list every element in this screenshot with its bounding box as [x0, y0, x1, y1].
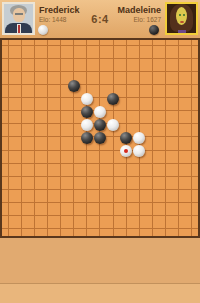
board-cell[interactable] [54, 66, 67, 79]
board-cell[interactable] [146, 105, 159, 118]
board-cell[interactable] [172, 92, 185, 105]
board-cell[interactable] [172, 223, 185, 236]
board-cell[interactable] [107, 197, 120, 210]
board-cell[interactable] [172, 66, 185, 79]
game-board [0, 38, 200, 238]
board-cell[interactable] [133, 131, 146, 144]
board-cell[interactable] [146, 197, 159, 210]
board-cell[interactable] [41, 66, 54, 79]
board-cell[interactable] [2, 66, 15, 79]
last-move-marker [124, 149, 128, 153]
board-cell[interactable] [41, 197, 54, 210]
board-cell[interactable] [146, 79, 159, 92]
board-cell[interactable] [185, 223, 198, 236]
board-cell[interactable] [15, 158, 28, 171]
board-cell[interactable] [41, 184, 54, 197]
board-cell[interactable] [67, 118, 80, 131]
board-cell[interactable] [133, 40, 146, 53]
board-cell[interactable] [107, 158, 120, 171]
board-cell[interactable] [93, 145, 106, 158]
board-cell[interactable] [15, 66, 28, 79]
board-cell[interactable] [67, 171, 80, 184]
board-cell[interactable] [15, 92, 28, 105]
board-cell[interactable] [120, 53, 133, 66]
board-cell[interactable] [107, 171, 120, 184]
black-stone [94, 132, 106, 144]
board-cell[interactable] [146, 131, 159, 144]
board-cell[interactable] [93, 92, 106, 105]
board-grid [2, 40, 198, 236]
board-cell[interactable] [54, 131, 67, 144]
board-cell[interactable] [67, 105, 80, 118]
avatar-shirt [178, 30, 186, 34]
white-stone [94, 106, 106, 118]
board-cell[interactable] [146, 53, 159, 66]
player2-stone-color-icon [149, 25, 159, 35]
board-cell[interactable] [159, 105, 172, 118]
board-cell[interactable] [159, 53, 172, 66]
player1-avatar [2, 2, 35, 35]
black-stone [81, 132, 93, 144]
board-cell[interactable] [15, 184, 28, 197]
board-cell[interactable] [80, 210, 93, 223]
board-cell[interactable] [67, 145, 80, 158]
board-cell[interactable] [93, 66, 106, 79]
board-cell[interactable] [15, 40, 28, 53]
board-cell[interactable] [80, 158, 93, 171]
board-cell[interactable] [133, 184, 146, 197]
board-cell[interactable] [80, 79, 93, 92]
board-cell[interactable] [133, 118, 146, 131]
board-cell[interactable] [107, 105, 120, 118]
board-cell[interactable] [67, 197, 80, 210]
board-cell[interactable] [15, 131, 28, 144]
board-cell[interactable] [28, 131, 41, 144]
board-cell[interactable] [120, 92, 133, 105]
board-cell[interactable] [41, 105, 54, 118]
board-cell[interactable] [15, 171, 28, 184]
white-stone [133, 145, 145, 157]
board-cell[interactable] [185, 158, 198, 171]
board-cell[interactable] [54, 53, 67, 66]
board-cell[interactable] [2, 171, 15, 184]
avatar-glasses [15, 13, 23, 15]
board-cell[interactable] [133, 105, 146, 118]
board-cell[interactable] [2, 145, 15, 158]
board-cell[interactable] [133, 197, 146, 210]
avatar-eye [183, 14, 185, 16]
board-cell[interactable] [93, 131, 106, 144]
board-cell[interactable] [67, 158, 80, 171]
board-cell[interactable] [80, 53, 93, 66]
board-cell[interactable] [120, 171, 133, 184]
board-cell[interactable] [185, 66, 198, 79]
board-cell[interactable] [2, 53, 15, 66]
player2-elo: Elo: 1627 [89, 16, 161, 24]
board-cell[interactable] [133, 223, 146, 236]
gomoku-app-window: Frederick Elo: 1448 6:4 Madeleine Elo: 1… [0, 0, 200, 303]
board-cell[interactable] [41, 223, 54, 236]
board-cell[interactable] [80, 66, 93, 79]
board-cell[interactable] [2, 40, 15, 53]
board-cell[interactable] [28, 53, 41, 66]
board-cell[interactable] [93, 210, 106, 223]
board-cell[interactable] [80, 184, 93, 197]
avatar-mouth [180, 21, 184, 23]
board-cell[interactable] [185, 171, 198, 184]
board-cell[interactable] [54, 118, 67, 131]
board-cell[interactable] [146, 40, 159, 53]
board-cell[interactable] [93, 53, 106, 66]
board-cell[interactable] [15, 105, 28, 118]
board-cell[interactable] [41, 40, 54, 53]
board-cell[interactable] [67, 79, 80, 92]
board-cell[interactable] [146, 158, 159, 171]
board-cell[interactable] [80, 131, 93, 144]
board-cell[interactable] [159, 40, 172, 53]
board-cell[interactable] [159, 158, 172, 171]
board-cell[interactable] [54, 210, 67, 223]
black-stone [68, 80, 80, 92]
board-cell[interactable] [15, 197, 28, 210]
board-cell[interactable] [159, 184, 172, 197]
board-cell[interactable] [107, 184, 120, 197]
board-cell[interactable] [28, 79, 41, 92]
board-cell[interactable] [172, 131, 185, 144]
board-cell[interactable] [41, 131, 54, 144]
black-stone [81, 106, 93, 118]
board-cell[interactable] [185, 40, 198, 53]
board-cell[interactable] [185, 92, 198, 105]
board-cell[interactable] [120, 66, 133, 79]
board-cell[interactable] [93, 105, 106, 118]
board-cell[interactable] [185, 145, 198, 158]
board-cell[interactable] [120, 184, 133, 197]
board-cell[interactable] [159, 210, 172, 223]
board-cell[interactable] [159, 223, 172, 236]
board-cell[interactable] [93, 171, 106, 184]
board-cell[interactable] [146, 223, 159, 236]
board-cell[interactable] [120, 210, 133, 223]
board-cell[interactable] [146, 66, 159, 79]
avatar-eye [179, 14, 181, 16]
board-cell[interactable] [133, 92, 146, 105]
board-cell[interactable] [2, 118, 15, 131]
white-stone [133, 132, 145, 144]
board-cell[interactable] [15, 79, 28, 92]
board-cell[interactable] [41, 158, 54, 171]
board-cell[interactable] [28, 145, 41, 158]
board-cell[interactable] [120, 131, 133, 144]
white-stone [107, 119, 119, 131]
board-cell[interactable] [80, 40, 93, 53]
board-cell[interactable] [133, 66, 146, 79]
board-cell[interactable] [133, 171, 146, 184]
board-cell[interactable] [107, 53, 120, 66]
board-cell[interactable] [80, 197, 93, 210]
board-cell[interactable] [67, 53, 80, 66]
board-cell[interactable] [172, 184, 185, 197]
board-cell[interactable] [80, 105, 93, 118]
board-cell[interactable] [80, 92, 93, 105]
board-cell[interactable] [172, 158, 185, 171]
board-cell[interactable] [120, 158, 133, 171]
board-cell[interactable] [54, 40, 67, 53]
board-cell[interactable] [28, 66, 41, 79]
board-cell[interactable] [54, 223, 67, 236]
board-cell[interactable] [15, 210, 28, 223]
board-cell[interactable] [146, 92, 159, 105]
board-cell[interactable] [2, 223, 15, 236]
board-cell[interactable] [107, 92, 120, 105]
lower-panel [0, 238, 200, 283]
board-cell[interactable] [67, 66, 80, 79]
board-cell[interactable] [41, 92, 54, 105]
board-cell[interactable] [107, 131, 120, 144]
board-cell[interactable] [28, 223, 41, 236]
board-cell[interactable] [28, 118, 41, 131]
player2-avatar-active [165, 2, 198, 35]
board-cell[interactable] [172, 53, 185, 66]
board-cell[interactable] [80, 223, 93, 236]
board-cell[interactable] [159, 118, 172, 131]
board-cell[interactable] [133, 145, 146, 158]
board-cell[interactable] [107, 79, 120, 92]
player2-name: Madeleine [89, 5, 161, 15]
board-cell[interactable] [146, 184, 159, 197]
board-cell[interactable] [146, 145, 159, 158]
white-stone [81, 93, 93, 105]
board-cell[interactable] [54, 92, 67, 105]
board-cell[interactable] [146, 210, 159, 223]
board-cell[interactable] [67, 92, 80, 105]
board-cell[interactable] [120, 105, 133, 118]
player2-info: Madeleine Elo: 1627 [89, 5, 161, 24]
board-cell[interactable] [28, 171, 41, 184]
board-cell[interactable] [15, 223, 28, 236]
board-cell[interactable] [28, 40, 41, 53]
board-cell[interactable] [54, 105, 67, 118]
board-cell[interactable] [2, 158, 15, 171]
board-cell[interactable] [107, 40, 120, 53]
board-cell[interactable] [107, 223, 120, 236]
board-cell[interactable] [185, 53, 198, 66]
board-cell[interactable] [133, 53, 146, 66]
board-cell[interactable] [159, 171, 172, 184]
board-cell[interactable] [107, 210, 120, 223]
bottom-toolbar: ✕ [0, 283, 200, 303]
board-cell[interactable] [54, 184, 67, 197]
board-cell[interactable] [80, 171, 93, 184]
board-cell[interactable] [67, 131, 80, 144]
board-cell[interactable] [67, 210, 80, 223]
avatar-face [13, 8, 25, 22]
board-cell[interactable] [93, 118, 106, 131]
board-cell[interactable] [93, 40, 106, 53]
board-cell[interactable] [120, 79, 133, 92]
board-cell[interactable] [54, 171, 67, 184]
board-cell[interactable] [15, 118, 28, 131]
header-bar: Frederick Elo: 1448 6:4 Madeleine Elo: 1… [0, 0, 200, 38]
board-cell[interactable] [120, 145, 133, 158]
board-cell[interactable] [159, 145, 172, 158]
board-cell[interactable] [28, 210, 41, 223]
board-cell[interactable] [2, 105, 15, 118]
board-cell[interactable] [159, 131, 172, 144]
board-cell[interactable] [41, 210, 54, 223]
board-cell[interactable] [172, 210, 185, 223]
board-cell[interactable] [41, 171, 54, 184]
board-cell[interactable] [120, 223, 133, 236]
board-cell[interactable] [185, 79, 198, 92]
board-cell[interactable] [67, 184, 80, 197]
board-cell[interactable] [107, 145, 120, 158]
board-cell[interactable] [41, 53, 54, 66]
board-cell[interactable] [54, 79, 67, 92]
board-cell[interactable] [146, 171, 159, 184]
board-cell[interactable] [54, 145, 67, 158]
board-cell[interactable] [133, 158, 146, 171]
board-cell[interactable] [107, 118, 120, 131]
board-cell[interactable] [159, 197, 172, 210]
board-cell[interactable] [159, 79, 172, 92]
board-cell[interactable] [120, 40, 133, 53]
board-cell[interactable] [2, 92, 15, 105]
board-cell[interactable] [54, 197, 67, 210]
board-cell[interactable] [185, 210, 198, 223]
player1-stone-color-icon [38, 25, 48, 35]
board-cell[interactable] [93, 223, 106, 236]
board-cell[interactable] [185, 197, 198, 210]
board-cell[interactable] [185, 118, 198, 131]
board-cell[interactable] [146, 118, 159, 131]
board-cell[interactable] [2, 197, 15, 210]
board-cell[interactable] [28, 197, 41, 210]
board-cell[interactable] [185, 131, 198, 144]
white-stone [81, 119, 93, 131]
board-cell[interactable] [67, 40, 80, 53]
board-cell[interactable] [28, 92, 41, 105]
board-cell[interactable] [120, 197, 133, 210]
black-stone [94, 119, 106, 131]
board-cell[interactable] [2, 131, 15, 144]
board-cell[interactable] [93, 197, 106, 210]
board-cell[interactable] [80, 145, 93, 158]
board-cell[interactable] [2, 184, 15, 197]
board-cell[interactable] [41, 145, 54, 158]
board-cell[interactable] [172, 171, 185, 184]
board-cell[interactable] [172, 197, 185, 210]
board-cell[interactable] [159, 92, 172, 105]
board-cell[interactable] [15, 53, 28, 66]
board-cell[interactable] [172, 145, 185, 158]
board-cell[interactable] [133, 79, 146, 92]
board-cell[interactable] [41, 118, 54, 131]
board-cell[interactable] [67, 223, 80, 236]
board-cell[interactable] [2, 210, 15, 223]
board-cell[interactable] [28, 184, 41, 197]
board-cell[interactable] [2, 79, 15, 92]
board-cell[interactable] [172, 40, 185, 53]
board-cell[interactable] [28, 158, 41, 171]
board-cell[interactable] [120, 118, 133, 131]
board-cell[interactable] [172, 118, 185, 131]
board-cell[interactable] [93, 158, 106, 171]
board-cell[interactable] [80, 118, 93, 131]
board-cell[interactable] [172, 79, 185, 92]
black-stone [107, 93, 119, 105]
board-cell[interactable] [185, 184, 198, 197]
white-stone [120, 145, 132, 157]
board-cell[interactable] [93, 79, 106, 92]
avatar-tie [18, 25, 20, 33]
board-cell[interactable] [107, 66, 120, 79]
black-stone [120, 132, 132, 144]
board-cell[interactable] [41, 79, 54, 92]
board-cell[interactable] [172, 105, 185, 118]
board-cell[interactable] [54, 158, 67, 171]
board-cell[interactable] [15, 145, 28, 158]
board-cell[interactable] [159, 66, 172, 79]
board-cell[interactable] [133, 210, 146, 223]
board-cell[interactable] [185, 105, 198, 118]
board-cell[interactable] [28, 105, 41, 118]
board-cell[interactable] [93, 184, 106, 197]
